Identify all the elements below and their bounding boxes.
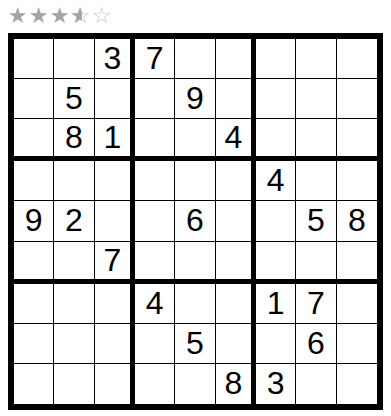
cell-r5c8[interactable]: 5 (296, 201, 336, 241)
cell-r1c4[interactable]: 7 (135, 39, 175, 79)
cell-r2c6[interactable] (216, 79, 256, 119)
cell-r3c1[interactable] (14, 119, 54, 161)
cell-r1c8[interactable] (296, 39, 336, 79)
cell-r8c7[interactable] (256, 324, 296, 364)
sudoku-board: 375981449265874175683 (8, 33, 383, 410)
cell-r5c4[interactable] (135, 201, 175, 241)
cell-r1c3[interactable]: 3 (95, 39, 135, 79)
cell-r6c4[interactable] (135, 242, 175, 284)
cell-r3c6[interactable]: 4 (216, 119, 256, 161)
cell-r7c1[interactable] (14, 284, 54, 324)
cell-r7c7[interactable]: 1 (256, 284, 296, 324)
cell-r8c1[interactable] (14, 324, 54, 364)
cell-r3c3[interactable]: 1 (95, 119, 135, 161)
star-icon-full: ★ (28, 5, 49, 27)
difficulty-rating: ★★★☆★☆ (7, 3, 112, 29)
cell-r8c3[interactable] (95, 324, 135, 364)
cell-r7c5[interactable] (175, 284, 215, 324)
cell-r6c3[interactable]: 7 (95, 242, 135, 284)
cell-r9c9[interactable] (337, 364, 377, 404)
cell-r7c2[interactable] (54, 284, 94, 324)
cell-r3c4[interactable] (135, 119, 175, 161)
cell-r5c9[interactable]: 8 (337, 201, 377, 241)
cell-r9c7[interactable]: 3 (256, 364, 296, 404)
cell-r3c7[interactable] (256, 119, 296, 161)
cell-r8c8[interactable]: 6 (296, 324, 336, 364)
cell-r7c8[interactable]: 7 (296, 284, 336, 324)
star-icon-half: ☆★ (70, 5, 91, 27)
cell-r4c1[interactable] (14, 161, 54, 201)
cell-r4c6[interactable] (216, 161, 256, 201)
cell-r1c5[interactable] (175, 39, 215, 79)
cell-r8c4[interactable] (135, 324, 175, 364)
cell-r2c8[interactable] (296, 79, 336, 119)
cell-r8c9[interactable] (337, 324, 377, 364)
cell-r2c7[interactable] (256, 79, 296, 119)
cell-r9c3[interactable] (95, 364, 135, 404)
cell-r7c3[interactable] (95, 284, 135, 324)
cell-r7c4[interactable]: 4 (135, 284, 175, 324)
cell-r2c4[interactable] (135, 79, 175, 119)
cell-r4c4[interactable] (135, 161, 175, 201)
star-icon-full: ★ (7, 5, 28, 27)
cell-r3c5[interactable] (175, 119, 215, 161)
star-icon-empty: ☆ (91, 5, 112, 27)
cell-r2c2[interactable]: 5 (54, 79, 94, 119)
cell-r1c1[interactable] (14, 39, 54, 79)
cell-r1c9[interactable] (337, 39, 377, 79)
cell-r6c8[interactable] (296, 242, 336, 284)
cell-r2c9[interactable] (337, 79, 377, 119)
cell-r6c1[interactable] (14, 242, 54, 284)
cell-r9c6[interactable]: 8 (216, 364, 256, 404)
cell-r1c7[interactable] (256, 39, 296, 79)
cell-r2c1[interactable] (14, 79, 54, 119)
cell-r4c5[interactable] (175, 161, 215, 201)
cell-r5c6[interactable] (216, 201, 256, 241)
cell-r9c8[interactable] (296, 364, 336, 404)
cell-r5c7[interactable] (256, 201, 296, 241)
cell-r4c7[interactable]: 4 (256, 161, 296, 201)
cell-r3c9[interactable] (337, 119, 377, 161)
cell-r4c3[interactable] (95, 161, 135, 201)
cell-r6c7[interactable] (256, 242, 296, 284)
cell-r8c5[interactable]: 5 (175, 324, 215, 364)
cell-r7c6[interactable] (216, 284, 256, 324)
cell-r9c5[interactable] (175, 364, 215, 404)
cell-r1c2[interactable] (54, 39, 94, 79)
cell-r5c3[interactable] (95, 201, 135, 241)
cell-r9c4[interactable] (135, 364, 175, 404)
cell-r8c6[interactable] (216, 324, 256, 364)
cell-r2c3[interactable] (95, 79, 135, 119)
cell-r9c1[interactable] (14, 364, 54, 404)
cell-r5c1[interactable]: 9 (14, 201, 54, 241)
cell-r3c8[interactable] (296, 119, 336, 161)
cell-r2c5[interactable]: 9 (175, 79, 215, 119)
cell-r6c2[interactable] (54, 242, 94, 284)
cell-r4c8[interactable] (296, 161, 336, 201)
cell-r8c2[interactable] (54, 324, 94, 364)
star-half-fill: ★ (70, 5, 82, 27)
cell-r7c9[interactable] (337, 284, 377, 324)
cell-r4c9[interactable] (337, 161, 377, 201)
star-icon-full: ★ (49, 5, 70, 27)
sudoku-page: ★★★☆★☆ 375981449265874175683 (0, 0, 391, 416)
cell-r6c9[interactable] (337, 242, 377, 284)
cell-r6c5[interactable] (175, 242, 215, 284)
cell-r4c2[interactable] (54, 161, 94, 201)
cell-r6c6[interactable] (216, 242, 256, 284)
cell-r9c2[interactable] (54, 364, 94, 404)
cell-r5c2[interactable]: 2 (54, 201, 94, 241)
cell-r5c5[interactable]: 6 (175, 201, 215, 241)
cell-r1c6[interactable] (216, 39, 256, 79)
cell-r3c2[interactable]: 8 (54, 119, 94, 161)
